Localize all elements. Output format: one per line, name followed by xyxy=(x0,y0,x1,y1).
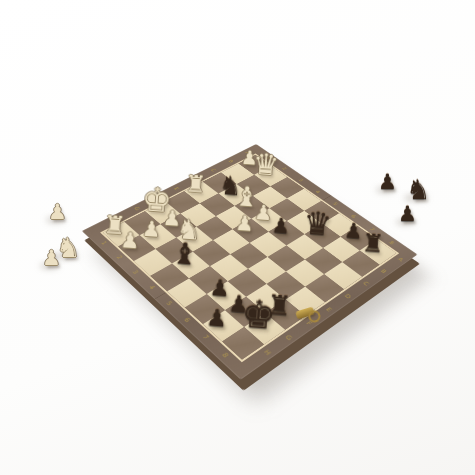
photo-stage: 12345678 12345678 ABCDEFGH ABCDEFGH ♟♛♟♜… xyxy=(0,0,475,475)
captured-pawn[interactable]: ♟ xyxy=(398,204,417,225)
piece-black-king[interactable]: ♚ xyxy=(238,294,279,335)
chess-board: 12345678 12345678 ABCDEFGH ABCDEFGH ♟♛♟♜… xyxy=(82,144,418,380)
captured-pawn[interactable]: ♟ xyxy=(48,202,67,223)
piece-white-pawn[interactable]: ♟ xyxy=(227,212,262,235)
board-frame: 12345678 12345678 ABCDEFGH ABCDEFGH ♟♛♟♜… xyxy=(82,144,418,380)
captured-white-tray: ♟♞♟ xyxy=(40,196,100,286)
piece-black-bishop[interactable]: ♝ xyxy=(166,239,203,271)
piece-black-pawn[interactable]: ♟ xyxy=(263,215,298,238)
captured-black-tray: ♟♞♟ xyxy=(372,160,442,240)
captured-pawn[interactable]: ♟ xyxy=(378,172,397,193)
piece-black-pawn[interactable]: ♟ xyxy=(197,306,237,332)
captured-knight[interactable]: ♞ xyxy=(406,176,430,203)
captured-pawn[interactable]: ♟ xyxy=(42,248,61,269)
piece-black-queen[interactable]: ♛ xyxy=(300,207,336,241)
piece-white-pawn[interactable]: ♟ xyxy=(112,229,148,253)
